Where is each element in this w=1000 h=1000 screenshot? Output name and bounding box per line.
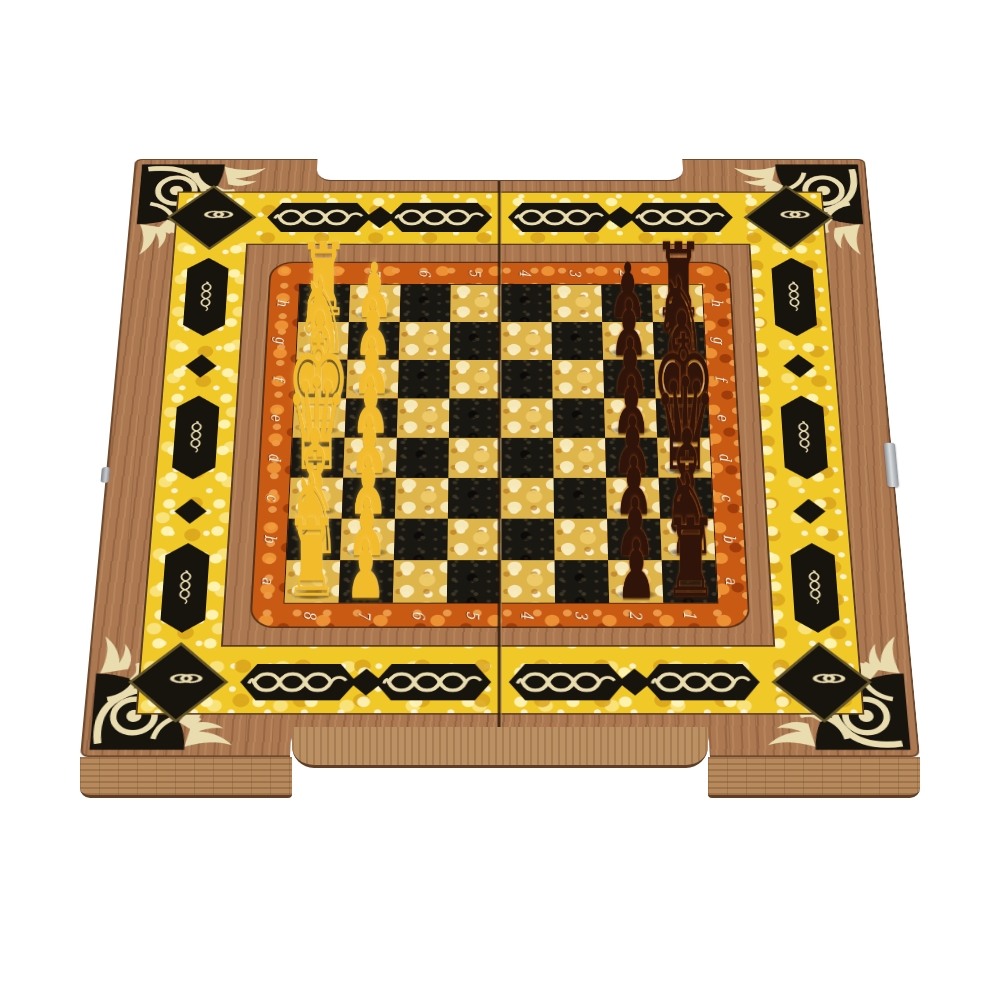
coordinate-label: g [272,334,289,346]
interlace-cartouche [160,543,211,633]
coordinate-label: 8 [301,608,319,622]
coordinate-label: 4 [518,608,536,622]
interlace-cartouche [375,664,492,700]
interlace-cartouche [508,203,613,232]
coordinate-label: 1 [667,267,684,279]
coordinate-label: 7 [355,608,373,622]
coordinate-label: 8 [316,267,333,279]
coordinate-label: h [275,297,292,309]
interlace-cartouche [266,203,371,232]
coordinate-label: b [721,532,739,545]
amber-mosaic-band [135,191,864,714]
interlace-cartouche [239,664,357,700]
coordinate-label: 3 [567,267,583,279]
interlace-cartouche [790,543,841,633]
coordinate-label: 4 [517,267,533,279]
coordinate-label: 2 [617,267,633,279]
coordinate-label: 5 [464,608,482,622]
chess-board: 8877665544332211aabbccddeeffgghh ♜♟♟♜♞♟♟… [80,159,920,757]
board-side-face-right [708,757,920,798]
interlace-cartouche [171,396,220,480]
board-side-face-left [80,757,292,798]
coordinate-label: c [718,491,736,504]
coordinate-label: 6 [410,608,428,622]
coordinate-label: g [711,334,728,346]
interlace-cartouche [780,396,829,480]
coordinate-label: f [270,372,287,384]
hinge-pin-icon [100,467,110,483]
coordinate-label: d [716,451,733,464]
coordinate-label: h [709,297,726,309]
interlace-cartouche [628,203,733,232]
interlace-cartouche [509,664,626,700]
coordinate-label: 6 [417,267,433,279]
chess-board-3d-wrapper: 8877665544332211aabbccddeeffgghh ♜♟♟♜♞♟♟… [0,0,1000,1000]
coordinate-label: e [268,411,285,424]
interlace-cartouche [388,203,493,232]
coordinate-label: f [712,372,729,384]
coordinate-label: 7 [367,267,383,279]
coordinate-label: c [264,491,282,504]
coordinate-label: 2 [627,608,645,622]
coordinate-label: 1 [681,608,699,622]
coordinate-label: 5 [467,267,483,279]
coordinate-label: e [714,411,731,424]
hinge-notch-top [316,154,683,181]
coordinate-label: 3 [573,608,591,622]
coordinate-label: a [259,574,277,588]
walnut-inner-border [221,244,775,647]
coordinate-label: b [262,532,280,545]
hinge-recess-wall [292,727,708,768]
interlace-cartouche [771,258,818,336]
photo-background: 8877665544332211aabbccddeeffgghh ♜♟♟♜♞♟♟… [0,0,1000,1000]
interlace-cartouche [643,664,761,700]
coordinate-label: d [266,451,283,464]
coordinate-label: a [723,574,741,588]
interlace-cartouche [182,258,229,336]
